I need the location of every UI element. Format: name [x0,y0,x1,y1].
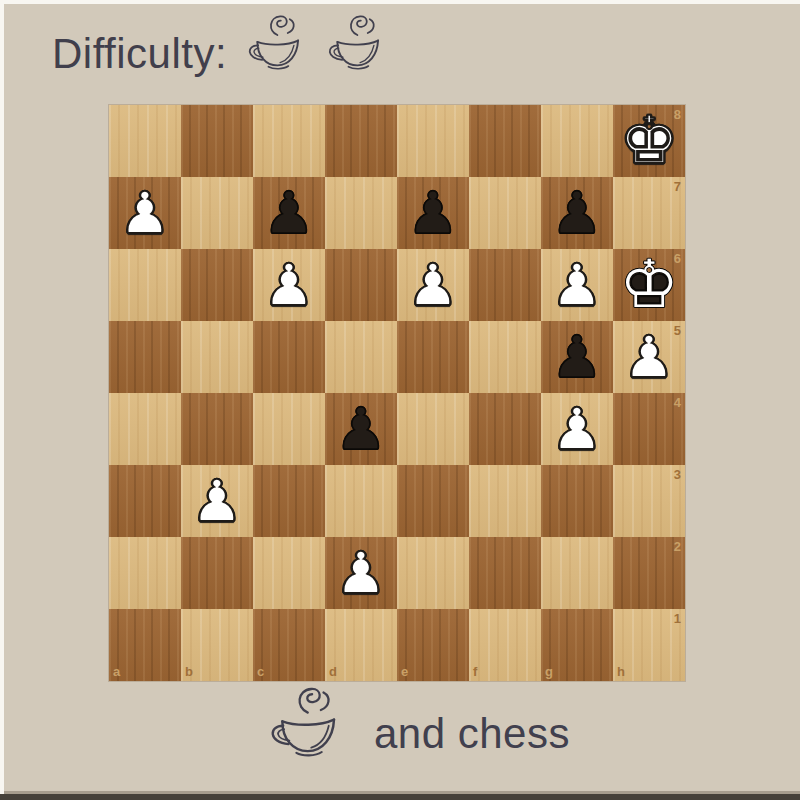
square-b5[interactable] [181,321,253,393]
square-d8[interactable] [325,105,397,177]
square-h7[interactable]: 7 [613,177,685,249]
square-c4[interactable] [253,393,325,465]
file-label-c: c [257,665,264,678]
rank-label-4: 4 [674,396,681,409]
square-f4[interactable] [469,393,541,465]
square-c8[interactable] [253,105,325,177]
square-h2[interactable]: 2 [613,537,685,609]
square-b1[interactable]: b [181,609,253,681]
square-c1[interactable]: c [253,609,325,681]
piece-white-pawn-h5: ♟ [613,321,685,393]
file-label-a: a [113,665,120,678]
square-d1[interactable]: d [325,609,397,681]
square-h6[interactable]: 6♚♔ [613,249,685,321]
square-c6[interactable]: ♟ [253,249,325,321]
square-a6[interactable] [109,249,181,321]
black-king-detail-overlay: ♔ [613,249,685,321]
square-h4[interactable]: 4 [613,393,685,465]
square-a1[interactable]: a [109,609,181,681]
square-e6[interactable]: ♟ [397,249,469,321]
square-d6[interactable] [325,249,397,321]
piece-white-pawn-g6: ♟ [541,249,613,321]
square-h3[interactable]: 3 [613,465,685,537]
square-d3[interactable] [325,465,397,537]
piece-black-pawn-g7: ♟ [541,177,613,249]
top-white-border [0,0,800,4]
file-label-h: h [617,665,625,678]
square-g3[interactable] [541,465,613,537]
piece-black-pawn-d4: ♟ [325,393,397,465]
square-a4[interactable] [109,393,181,465]
difficulty-label: Difficulty: [52,32,227,78]
piece-white-pawn-d2: ♟ [325,537,397,609]
square-f2[interactable] [469,537,541,609]
square-g7[interactable]: ♟ [541,177,613,249]
square-e1[interactable]: e [397,609,469,681]
square-h8[interactable]: 8♚ [613,105,685,177]
difficulty-header: Difficulty: [52,10,387,78]
square-f5[interactable] [469,321,541,393]
rank-label-3: 3 [674,468,681,481]
piece-black-king-h6: ♚♔ [613,249,685,321]
square-c2[interactable] [253,537,325,609]
file-label-g: g [545,665,553,678]
square-d5[interactable] [325,321,397,393]
bottom-dark-border [0,794,800,800]
square-c7[interactable]: ♟ [253,177,325,249]
square-a2[interactable] [109,537,181,609]
square-f1[interactable]: f [469,609,541,681]
square-e7[interactable]: ♟ [397,177,469,249]
square-b6[interactable] [181,249,253,321]
coffee-cup-icon [264,682,348,766]
square-c3[interactable] [253,465,325,537]
square-c5[interactable] [253,321,325,393]
piece-white-pawn-b3: ♟ [181,465,253,537]
chess-board: 8♚♟♟♟♟7♟♟♟6♚♔♟5♟♟♟4♟3♟2abcdefg1h [109,105,685,681]
square-g1[interactable]: g [541,609,613,681]
coffee-cup-icon [245,10,307,78]
square-b2[interactable] [181,537,253,609]
square-h5[interactable]: 5♟ [613,321,685,393]
piece-black-pawn-e7: ♟ [397,177,469,249]
square-g6[interactable]: ♟ [541,249,613,321]
square-a8[interactable] [109,105,181,177]
square-g4[interactable]: ♟ [541,393,613,465]
coffee-cup-icon [325,10,387,78]
file-label-e: e [401,665,408,678]
piece-white-pawn-c6: ♟ [253,249,325,321]
footer-caption-row: and chess [264,682,570,766]
square-f7[interactable] [469,177,541,249]
file-label-f: f [473,665,477,678]
square-g5[interactable]: ♟ [541,321,613,393]
square-a5[interactable] [109,321,181,393]
square-b8[interactable] [181,105,253,177]
square-d4[interactable]: ♟ [325,393,397,465]
square-a3[interactable] [109,465,181,537]
square-b7[interactable] [181,177,253,249]
file-label-d: d [329,665,337,678]
rank-label-2: 2 [674,540,681,553]
piece-black-pawn-g5: ♟ [541,321,613,393]
square-f3[interactable] [469,465,541,537]
piece-white-pawn-e6: ♟ [397,249,469,321]
square-e5[interactable] [397,321,469,393]
square-e3[interactable] [397,465,469,537]
square-g2[interactable] [541,537,613,609]
footer-caption: and chess [374,712,570,766]
square-e4[interactable] [397,393,469,465]
square-e2[interactable] [397,537,469,609]
square-d7[interactable] [325,177,397,249]
rank-label-7: 7 [674,180,681,193]
left-white-border [0,0,4,794]
piece-white-king-h8: ♚ [613,105,685,177]
rank-label-1: 1 [674,612,681,625]
piece-white-pawn-g4: ♟ [541,393,613,465]
square-d2[interactable]: ♟ [325,537,397,609]
piece-black-pawn-c7: ♟ [253,177,325,249]
square-a7[interactable]: ♟ [109,177,181,249]
square-f6[interactable] [469,249,541,321]
square-f8[interactable] [469,105,541,177]
square-b3[interactable]: ♟ [181,465,253,537]
square-g8[interactable] [541,105,613,177]
piece-white-pawn-a7: ♟ [109,177,181,249]
square-h1[interactable]: 1h [613,609,685,681]
square-e8[interactable] [397,105,469,177]
square-b4[interactable] [181,393,253,465]
file-label-b: b [185,665,193,678]
